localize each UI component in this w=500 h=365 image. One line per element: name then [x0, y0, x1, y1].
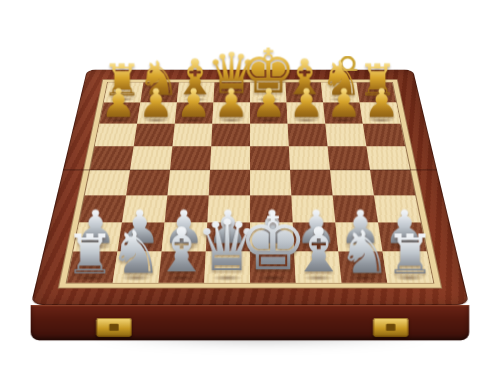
piece-gold-pawn-a7: ♟: [101, 84, 136, 123]
square-f4: [290, 170, 333, 195]
piece-gold-pawn-f7: ♟: [289, 84, 324, 123]
square-c5: [170, 146, 211, 170]
square-e1: ♚: [250, 252, 296, 283]
square-c6: [172, 124, 212, 146]
square-f7: ♟: [287, 103, 326, 124]
square-d6: [211, 124, 250, 146]
square-g7: ♟: [323, 103, 363, 124]
square-e6: [250, 124, 289, 146]
square-h6: [363, 124, 405, 146]
brass-latch-right-icon: [373, 318, 408, 337]
square-b6: [134, 124, 175, 146]
square-e7: ♟: [250, 103, 288, 124]
piece-silver-knight-g1: ♞: [338, 222, 391, 281]
square-h1: ♜: [383, 252, 434, 283]
square-e5: [250, 146, 290, 170]
square-d4: [209, 170, 250, 195]
piece-silver-rook-a1: ♜: [65, 227, 114, 282]
square-f1: ♝: [294, 252, 341, 283]
square-a4: [85, 170, 130, 195]
piece-silver-rook-h1: ♜: [385, 227, 434, 282]
square-g1: ♞: [338, 252, 387, 283]
square-d7: ♟: [212, 103, 250, 124]
chess-board: ♜♞♝♛♚♝♞♜♟♟♟♟♟♟♟♟♟♟♟♟♟♟♟♟♜♞♝♛♚♝♞♜: [67, 83, 433, 283]
square-e4: [250, 170, 291, 195]
square-d5: [210, 146, 250, 170]
square-c7: ♟: [175, 103, 214, 124]
square-f5: [289, 146, 330, 170]
square-g5: [328, 146, 370, 170]
box-front-face: [31, 305, 470, 340]
board-frame: ♜♞♝♛♚♝♞♜♟♟♟♟♟♟♟♟♟♟♟♟♟♟♟♟♜♞♝♛♚♝♞♜: [31, 70, 470, 305]
square-h7: ♟: [360, 103, 401, 124]
brass-latch-left-icon: [96, 318, 131, 337]
square-a6: [95, 124, 137, 146]
piece-gold-pawn-h7: ♟: [364, 84, 399, 123]
square-g4: [330, 170, 374, 195]
square-f6: [288, 124, 328, 146]
square-g6: [325, 124, 366, 146]
square-h5: [366, 146, 410, 170]
piece-gold-pawn-c7: ♟: [176, 84, 211, 123]
inlay-border: ♜♞♝♛♚♝♞♜♟♟♟♟♟♟♟♟♟♟♟♟♟♟♟♟♜♞♝♛♚♝♞♜: [58, 79, 443, 288]
square-a5: [90, 146, 134, 170]
square-b7: ♟: [137, 103, 177, 124]
square-b4: [126, 170, 170, 195]
piece-gold-pawn-d7: ♟: [214, 84, 249, 123]
piece-gold-pawn-g7: ♟: [326, 84, 361, 123]
square-c4: [167, 170, 210, 195]
square-b5: [130, 146, 172, 170]
piece-gold-pawn-b7: ♟: [138, 84, 173, 123]
square-a7: ♟: [99, 103, 140, 124]
product-photo-stage: ♜♞♝♛♚♝♞♜♟♟♟♟♟♟♟♟♟♟♟♟♟♟♟♟♜♞♝♛♚♝♞♜: [0, 0, 500, 365]
square-h4: [370, 170, 415, 195]
chess-set: ♜♞♝♛♚♝♞♜♟♟♟♟♟♟♟♟♟♟♟♟♟♟♟♟♜♞♝♛♚♝♞♜: [31, 70, 470, 305]
piece-gold-pawn-e7: ♟: [251, 84, 286, 123]
